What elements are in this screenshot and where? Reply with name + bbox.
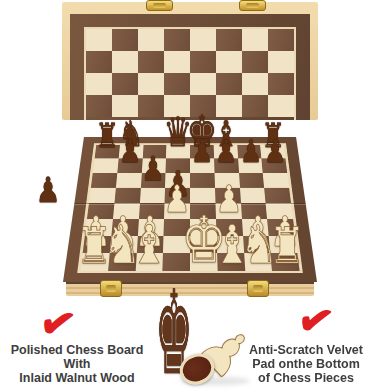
caption-left-line3: Inlaid Walnut Wood [2, 371, 152, 385]
board-square [190, 236, 217, 253]
board-square [114, 188, 140, 203]
board-grid [80, 145, 299, 271]
board-square [241, 203, 268, 219]
lid-square [268, 51, 294, 73]
lid-square [268, 29, 294, 51]
lid-square [112, 73, 138, 95]
lid-square [190, 51, 216, 73]
board-square [141, 159, 166, 173]
board-square [108, 253, 137, 271]
caption-right-line3: of Chess Pieces [236, 371, 376, 385]
board-square [243, 236, 271, 253]
board-square [213, 145, 237, 159]
board-square [89, 188, 116, 203]
board-square [140, 173, 165, 188]
lid-square [242, 73, 268, 95]
lid-square [216, 73, 242, 95]
lid-square [190, 73, 216, 95]
lid-square [242, 29, 268, 51]
board-square [163, 236, 190, 253]
board-square [85, 219, 113, 236]
product-image: ♜♞♛♚♝♜♟♟♟♟♟♟♟♟♟♟♟♟♟♟♟♜♞♝♚♝♞♜♟ ✔ ✔ Polish… [0, 0, 376, 392]
lid-square [216, 95, 242, 117]
lid-checkerboard [84, 27, 296, 120]
board-square [110, 236, 138, 253]
clasp-slot [253, 285, 263, 292]
board-square [214, 173, 239, 188]
brass-clasp-left [100, 280, 122, 297]
brass-clasp-right [247, 280, 269, 297]
board-square [80, 253, 109, 271]
board-square [139, 188, 165, 203]
lid-square [112, 29, 138, 51]
lid-square [164, 95, 190, 117]
board-square [116, 173, 142, 188]
board-square [270, 253, 299, 271]
board-square [260, 145, 285, 159]
board-square [165, 173, 190, 188]
caption-left-line2: With [2, 357, 152, 371]
lid-square [86, 51, 112, 73]
fold-seam [74, 203, 305, 204]
hinge-slot [153, 3, 166, 8]
board-square [237, 145, 262, 159]
caption-left: Polished Chess Board With Inlaid Walnut … [2, 343, 152, 385]
board-square [164, 219, 190, 236]
caption-left-line1: Polished Chess Board [2, 343, 152, 357]
lid-square [216, 51, 242, 73]
lid-square [164, 29, 190, 51]
board-square [215, 203, 241, 219]
lid-square [86, 73, 112, 95]
board-square [190, 188, 215, 203]
captured-black-pawn: ♟ [35, 172, 60, 207]
board-square [190, 203, 216, 219]
checkmark-icon-right: ✔ [294, 297, 337, 345]
caption-right: Anti-Scratch Velvet Pad onthe Bottom of … [236, 343, 376, 385]
open-chess-board [63, 137, 317, 282]
board-square [263, 173, 289, 188]
board-square [113, 203, 140, 219]
board-square [87, 203, 114, 219]
board-square [239, 173, 265, 188]
lid-square [216, 29, 242, 51]
lid-square [268, 73, 294, 95]
hinge-slot [246, 3, 259, 8]
board-maple-frame [77, 143, 303, 273]
board-square [242, 219, 269, 236]
lid-square [242, 51, 268, 73]
lid-square [190, 29, 216, 51]
board-square [166, 159, 190, 173]
lid-square [268, 95, 294, 117]
board-square [214, 159, 239, 173]
lid-square [112, 51, 138, 73]
lid-square [164, 51, 190, 73]
board-square [118, 145, 143, 159]
lid-square [138, 29, 164, 51]
board-square [166, 145, 190, 159]
board-square [111, 219, 138, 236]
lid-square [112, 95, 138, 117]
board-square [164, 203, 190, 219]
board-square [142, 145, 166, 159]
board-square [136, 236, 163, 253]
lid-square [138, 73, 164, 95]
board-square [190, 253, 217, 271]
board-square [266, 203, 293, 219]
board-square [190, 145, 214, 159]
lid-square [190, 95, 216, 117]
board-square [165, 188, 190, 203]
brass-hinge-right [239, 0, 266, 11]
board-square [264, 188, 291, 203]
lid-square [242, 95, 268, 117]
lid-square [138, 51, 164, 73]
board-square [190, 219, 216, 236]
board-square [93, 159, 119, 173]
lid-walnut-frame [70, 14, 310, 120]
clasp-slot [106, 285, 116, 292]
caption-right-line1: Anti-Scratch Velvet [236, 343, 376, 357]
board-square [215, 188, 241, 203]
lid-square [86, 29, 112, 51]
board-square [190, 159, 214, 173]
board-square [244, 253, 273, 271]
board-square [137, 219, 164, 236]
checkmark-icon-left: ✔ [36, 300, 79, 348]
board-square [217, 253, 245, 271]
brass-hinge-left [146, 0, 173, 11]
board-square [262, 159, 288, 173]
lid-square [164, 73, 190, 95]
board-square [216, 236, 243, 253]
board-square [267, 219, 295, 236]
board-square [240, 188, 266, 203]
board-square [238, 159, 263, 173]
lid-square [138, 95, 164, 117]
lid-grid [86, 29, 294, 117]
caption-right-line2: Pad onthe Bottom [236, 357, 376, 371]
board-square [138, 203, 164, 219]
board-square [95, 145, 120, 159]
lid-square [86, 95, 112, 117]
folded-board-lid [62, 2, 318, 120]
board-square [91, 173, 117, 188]
board-square [83, 236, 111, 253]
board-square [269, 236, 297, 253]
board-square [190, 173, 215, 188]
board-square [216, 219, 243, 236]
board-square [117, 159, 142, 173]
